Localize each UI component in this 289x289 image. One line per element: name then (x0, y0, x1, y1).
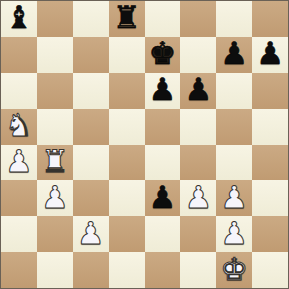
square-f2[interactable] (180, 216, 216, 252)
square-g7[interactable]: ♟ (216, 37, 252, 73)
square-h7[interactable]: ♟ (252, 37, 288, 73)
square-h3[interactable] (252, 180, 288, 216)
square-a7[interactable] (1, 37, 37, 73)
square-d6[interactable] (109, 73, 145, 109)
chess-board-container: ♝♜♚♟♟♟♟♞♟♜♟♟♟♟♟♟♚ (0, 0, 289, 289)
square-c5[interactable] (73, 109, 109, 145)
square-e1[interactable] (145, 252, 181, 288)
square-f5[interactable] (180, 109, 216, 145)
square-b4[interactable]: ♜ (37, 145, 73, 181)
square-e8[interactable] (145, 1, 181, 37)
square-b6[interactable] (37, 73, 73, 109)
square-f7[interactable] (180, 37, 216, 73)
square-d7[interactable] (109, 37, 145, 73)
square-b7[interactable] (37, 37, 73, 73)
square-a1[interactable] (1, 252, 37, 288)
square-e3[interactable]: ♟ (145, 180, 181, 216)
square-f4[interactable] (180, 145, 216, 181)
white-pawn[interactable]: ♟ (41, 182, 69, 213)
square-a4[interactable]: ♟ (1, 145, 37, 181)
square-g3[interactable]: ♟ (216, 180, 252, 216)
square-c2[interactable]: ♟ (73, 216, 109, 252)
white-rook[interactable]: ♜ (41, 146, 69, 177)
square-g2[interactable]: ♟ (216, 216, 252, 252)
square-h4[interactable] (252, 145, 288, 181)
square-a5[interactable]: ♞ (1, 109, 37, 145)
square-d4[interactable] (109, 145, 145, 181)
square-e5[interactable] (145, 109, 181, 145)
square-f6[interactable]: ♟ (180, 73, 216, 109)
square-g8[interactable] (216, 1, 252, 37)
square-a3[interactable] (1, 180, 37, 216)
white-pawn[interactable]: ♟ (184, 182, 212, 213)
square-d1[interactable] (109, 252, 145, 288)
square-b2[interactable] (37, 216, 73, 252)
square-f8[interactable] (180, 1, 216, 37)
white-pawn[interactable]: ♟ (220, 218, 248, 249)
black-pawn[interactable]: ♟ (220, 38, 248, 69)
square-d2[interactable] (109, 216, 145, 252)
square-h8[interactable] (252, 1, 288, 37)
square-d5[interactable] (109, 109, 145, 145)
black-pawn[interactable]: ♟ (184, 74, 212, 105)
square-f1[interactable] (180, 252, 216, 288)
white-pawn[interactable]: ♟ (77, 218, 105, 249)
square-c8[interactable] (73, 1, 109, 37)
square-d3[interactable] (109, 180, 145, 216)
square-c1[interactable] (73, 252, 109, 288)
square-h6[interactable] (252, 73, 288, 109)
square-g6[interactable] (216, 73, 252, 109)
square-h1[interactable] (252, 252, 288, 288)
square-e4[interactable] (145, 145, 181, 181)
black-pawn[interactable]: ♟ (149, 74, 177, 105)
square-e6[interactable]: ♟ (145, 73, 181, 109)
square-g1[interactable]: ♚ (216, 252, 252, 288)
square-g4[interactable] (216, 145, 252, 181)
square-d8[interactable]: ♜ (109, 1, 145, 37)
square-b5[interactable] (37, 109, 73, 145)
square-h5[interactable] (252, 109, 288, 145)
black-pawn[interactable]: ♟ (149, 182, 177, 213)
square-a8[interactable]: ♝ (1, 1, 37, 37)
square-e2[interactable] (145, 216, 181, 252)
chess-board: ♝♜♚♟♟♟♟♞♟♜♟♟♟♟♟♟♚ (0, 0, 289, 289)
square-c6[interactable] (73, 73, 109, 109)
square-a6[interactable] (1, 73, 37, 109)
black-king[interactable]: ♚ (149, 38, 177, 69)
square-c4[interactable] (73, 145, 109, 181)
white-king[interactable]: ♚ (220, 254, 248, 285)
white-pawn[interactable]: ♟ (5, 146, 33, 177)
white-knight[interactable]: ♞ (5, 110, 33, 141)
black-bishop[interactable]: ♝ (5, 2, 33, 33)
black-rook[interactable]: ♜ (113, 2, 141, 33)
square-a2[interactable] (1, 216, 37, 252)
square-c7[interactable] (73, 37, 109, 73)
square-g5[interactable] (216, 109, 252, 145)
square-b3[interactable]: ♟ (37, 180, 73, 216)
white-pawn[interactable]: ♟ (220, 182, 248, 213)
square-b8[interactable] (37, 1, 73, 37)
square-b1[interactable] (37, 252, 73, 288)
square-h2[interactable] (252, 216, 288, 252)
square-e7[interactable]: ♚ (145, 37, 181, 73)
black-pawn[interactable]: ♟ (256, 38, 284, 69)
square-c3[interactable] (73, 180, 109, 216)
square-f3[interactable]: ♟ (180, 180, 216, 216)
